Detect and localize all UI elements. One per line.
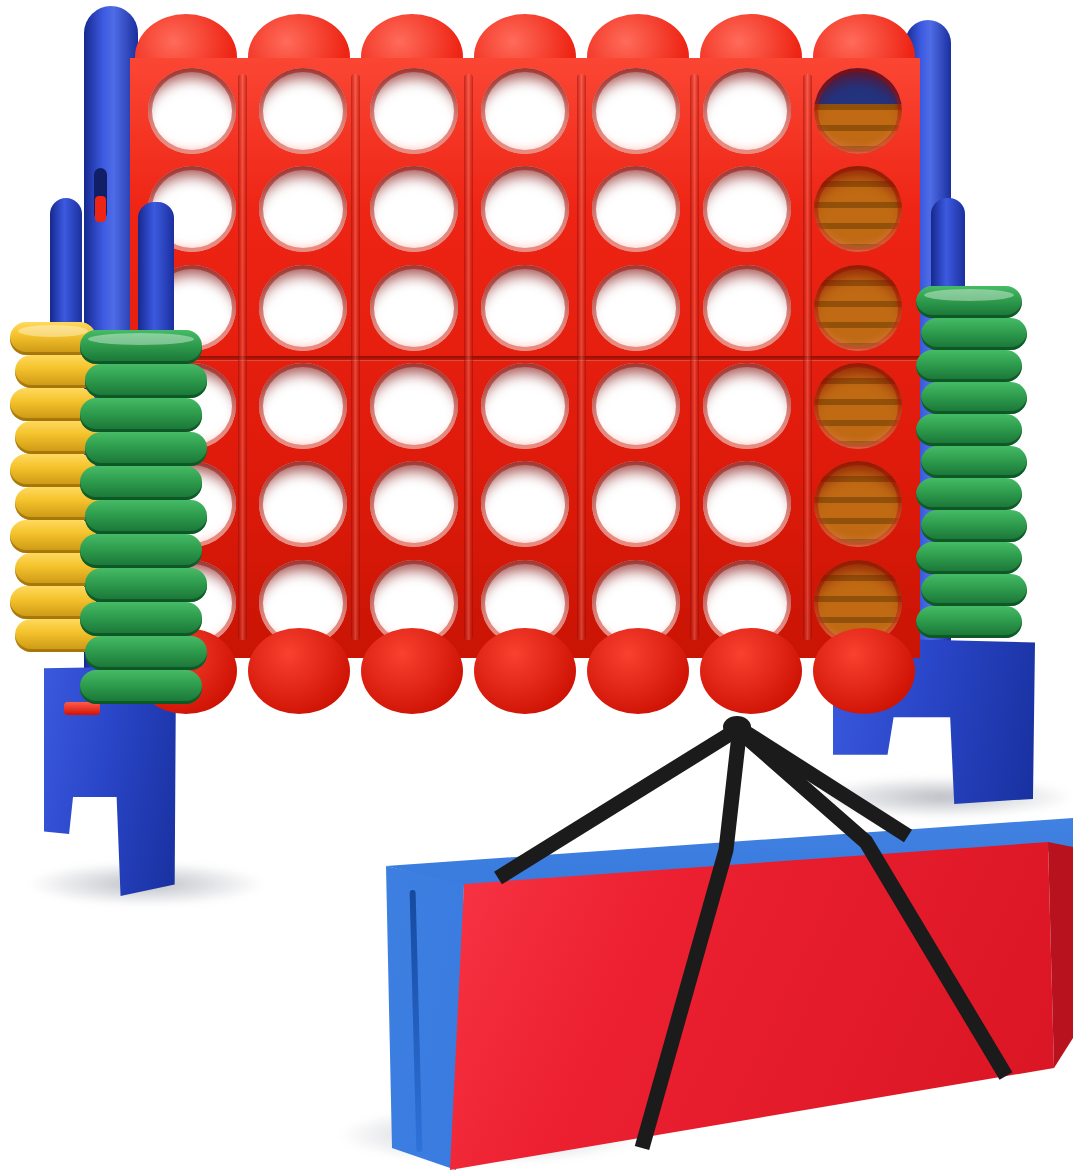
- bag-strap-left-outer: [498, 729, 738, 878]
- strap-knot: [723, 716, 751, 738]
- bag-strap-front-right: [737, 729, 1006, 1076]
- product-photo-giant-connect4: [0, 0, 1073, 1172]
- bag-strap-right-outer: [737, 727, 908, 836]
- bag-strap-front-left: [642, 726, 740, 1148]
- bag-straps: [0, 0, 1073, 1172]
